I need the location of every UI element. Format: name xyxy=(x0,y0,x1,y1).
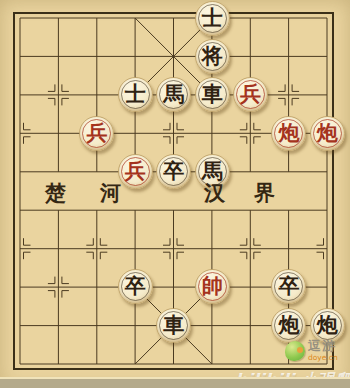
piece-glyph: 馬 xyxy=(163,83,184,104)
piece-disc[interactable]: 兵 xyxy=(79,116,114,151)
piece-black-soldier-r4c4[interactable]: 卒 xyxy=(155,153,193,191)
piece-disc[interactable]: 卒 xyxy=(156,154,191,189)
doye-logo-icon xyxy=(285,341,305,361)
piece-red-soldier-r2c6[interactable]: 兵 xyxy=(231,76,269,114)
piece-black-advisor-r0c5[interactable]: 士 xyxy=(193,0,231,37)
piece-glyph: 帥 xyxy=(202,275,223,296)
piece-disc[interactable]: 炮 xyxy=(271,308,306,343)
piece-disc[interactable]: 馬 xyxy=(156,77,191,112)
piece-red-general-r7c5[interactable]: 帥 xyxy=(193,268,231,306)
piece-red-cannon-r3c8[interactable]: 炮 xyxy=(308,114,346,152)
piece-glyph: 兵 xyxy=(240,83,261,104)
piece-glyph: 兵 xyxy=(86,122,107,143)
piece-black-chariot-r2c5[interactable]: 車 xyxy=(193,76,231,114)
xiangqi-game-screenshot: 士将士馬車兵兵炮炮兵卒馬卒帥卒車炮炮 楚河 汉界 逗游 doye.cn bili… xyxy=(0,0,350,388)
piece-glyph: 車 xyxy=(202,83,223,104)
piece-black-soldier-r7c7[interactable]: 卒 xyxy=(270,268,308,306)
piece-disc[interactable]: 炮 xyxy=(271,116,306,151)
river-label-right: 汉界 xyxy=(204,179,304,207)
piece-glyph: 卒 xyxy=(125,275,146,296)
piece-glyph: 士 xyxy=(202,7,223,28)
doye-site-label: doye.cn xyxy=(308,354,338,362)
piece-red-cannon-r3c7[interactable]: 炮 xyxy=(270,114,308,152)
piece-red-soldier-r3c2[interactable]: 兵 xyxy=(78,114,116,152)
piece-glyph: 将 xyxy=(202,45,223,66)
piece-disc[interactable]: 卒 xyxy=(271,269,306,304)
piece-glyph: 炮 xyxy=(278,314,299,335)
piece-black-horse-r2c4[interactable]: 馬 xyxy=(155,76,193,114)
piece-glyph: 車 xyxy=(163,314,184,335)
piece-disc[interactable]: 士 xyxy=(118,77,153,112)
piece-disc[interactable]: 車 xyxy=(195,77,230,112)
piece-glyph: 炮 xyxy=(317,314,338,335)
piece-disc[interactable]: 将 xyxy=(195,39,230,74)
piece-glyph: 卒 xyxy=(163,160,184,181)
piece-glyph: 炮 xyxy=(317,122,338,143)
river-label-left: 楚河 xyxy=(45,179,155,207)
piece-disc[interactable]: 卒 xyxy=(118,269,153,304)
piece-disc[interactable]: 兵 xyxy=(233,77,268,112)
piece-glyph: 士 xyxy=(125,83,146,104)
piece-disc[interactable]: 炮 xyxy=(310,116,345,151)
doye-name-label: 逗游 xyxy=(308,339,338,352)
piece-black-advisor-r2c3[interactable]: 士 xyxy=(116,76,154,114)
piece-black-chariot-r8c4[interactable]: 車 xyxy=(155,306,193,344)
piece-glyph: 炮 xyxy=(278,122,299,143)
piece-disc[interactable]: 車 xyxy=(156,308,191,343)
piece-black-general-r1c5[interactable]: 将 xyxy=(193,37,231,75)
doye-watermark: 逗游 doye.cn xyxy=(285,339,338,362)
piece-disc[interactable]: 士 xyxy=(195,1,230,36)
piece-glyph: 卒 xyxy=(278,275,299,296)
piece-black-soldier-r7c3[interactable]: 卒 xyxy=(116,268,154,306)
piece-disc[interactable]: 帥 xyxy=(195,269,230,304)
photo-bottom-edge xyxy=(0,377,350,388)
